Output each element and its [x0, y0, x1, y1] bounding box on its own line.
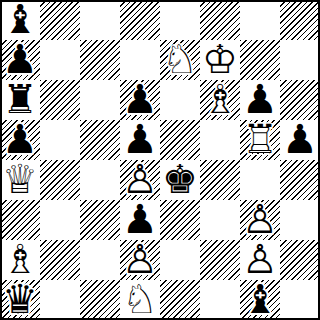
piece-black-pawn: ♟ [280, 120, 320, 160]
square-c1[interactable] [80, 280, 120, 320]
square-d4[interactable]: ♟♙ [120, 160, 160, 200]
square-e1[interactable] [160, 280, 200, 320]
piece-black-queen: ♛ [0, 280, 40, 320]
square-d8[interactable] [120, 0, 160, 40]
square-c3[interactable] [80, 200, 120, 240]
square-a5[interactable]: ♟ [0, 120, 40, 160]
piece-glyph-fill: ♜ [2, 79, 38, 119]
square-e6[interactable] [160, 80, 200, 120]
square-c8[interactable] [80, 0, 120, 40]
piece-glyph-fill: ♟ [122, 239, 158, 279]
piece-white-rook: ♜♖ [240, 120, 280, 160]
square-g5[interactable]: ♜♖ [240, 120, 280, 160]
square-h4[interactable] [280, 160, 320, 200]
piece-glyph-fill: ♛ [2, 159, 38, 199]
square-g2[interactable]: ♟♙ [240, 240, 280, 280]
square-e2[interactable] [160, 240, 200, 280]
square-f7[interactable]: ♚♔ [200, 40, 240, 80]
square-b7[interactable] [40, 40, 80, 80]
square-a7[interactable]: ♟ [0, 40, 40, 80]
square-d7[interactable] [120, 40, 160, 80]
piece-glyph-outline: ♗ [202, 79, 238, 119]
piece-glyph-fill: ♝ [242, 279, 278, 319]
square-d5[interactable]: ♟ [120, 120, 160, 160]
piece-black-pawn: ♟ [0, 120, 40, 160]
square-e8[interactable] [160, 0, 200, 40]
square-a2[interactable]: ♝♗ [0, 240, 40, 280]
square-e7[interactable]: ♞♘ [160, 40, 200, 80]
square-e4[interactable]: ♚ [160, 160, 200, 200]
piece-glyph-fill: ♝ [2, 0, 38, 39]
piece-white-queen: ♛♕ [0, 160, 40, 200]
piece-glyph-outline: ♔ [202, 39, 238, 79]
piece-glyph-fill: ♝ [2, 239, 38, 279]
piece-glyph-fill: ♜ [242, 119, 278, 159]
piece-glyph-fill: ♟ [242, 79, 278, 119]
piece-glyph-fill: ♚ [202, 39, 238, 79]
chess-board: ♝♟♞♘♚♔♜♟♝♗♟♟♟♜♖♟♛♕♟♙♚♟♟♙♝♗♟♙♟♙♛♞♘♝ [0, 0, 320, 320]
square-e3[interactable] [160, 200, 200, 240]
square-c7[interactable] [80, 40, 120, 80]
square-c5[interactable] [80, 120, 120, 160]
square-b1[interactable] [40, 280, 80, 320]
piece-white-knight: ♞♘ [160, 40, 200, 80]
piece-glyph-fill: ♚ [162, 159, 198, 199]
piece-glyph-outline: ♖ [242, 119, 278, 159]
square-a4[interactable]: ♛♕ [0, 160, 40, 200]
square-d3[interactable]: ♟ [120, 200, 160, 240]
piece-glyph-fill: ♟ [242, 239, 278, 279]
piece-white-pawn: ♟♙ [240, 240, 280, 280]
square-a6[interactable]: ♜ [0, 80, 40, 120]
piece-glyph-fill: ♞ [162, 39, 198, 79]
piece-white-king: ♚♔ [200, 40, 240, 80]
square-g7[interactable] [240, 40, 280, 80]
square-d1[interactable]: ♞♘ [120, 280, 160, 320]
piece-black-pawn: ♟ [120, 200, 160, 240]
piece-black-pawn: ♟ [120, 120, 160, 160]
square-c4[interactable] [80, 160, 120, 200]
piece-white-pawn: ♟♙ [120, 240, 160, 280]
piece-white-knight: ♞♘ [120, 280, 160, 320]
square-f8[interactable] [200, 0, 240, 40]
piece-glyph-outline: ♙ [242, 199, 278, 239]
piece-glyph-outline: ♙ [122, 239, 158, 279]
square-g6[interactable]: ♟ [240, 80, 280, 120]
piece-glyph-fill: ♞ [122, 279, 158, 319]
piece-glyph-outline: ♙ [242, 239, 278, 279]
square-f2[interactable] [200, 240, 240, 280]
square-d6[interactable]: ♟ [120, 80, 160, 120]
piece-glyph-outline: ♕ [2, 159, 38, 199]
square-h8[interactable] [280, 0, 320, 40]
piece-glyph-fill: ♟ [242, 199, 278, 239]
square-h3[interactable] [280, 200, 320, 240]
piece-glyph-outline: ♘ [162, 39, 198, 79]
piece-glyph-fill: ♛ [2, 279, 38, 319]
square-h5[interactable]: ♟ [280, 120, 320, 160]
piece-white-pawn: ♟♙ [240, 200, 280, 240]
square-e5[interactable] [160, 120, 200, 160]
piece-black-king: ♚ [160, 160, 200, 200]
piece-glyph-fill: ♟ [2, 119, 38, 159]
square-f5[interactable] [200, 120, 240, 160]
piece-black-rook: ♜ [0, 80, 40, 120]
piece-glyph-fill: ♟ [122, 79, 158, 119]
square-b8[interactable] [40, 0, 80, 40]
piece-glyph-outline: ♘ [122, 279, 158, 319]
square-a8[interactable]: ♝ [0, 0, 40, 40]
square-g1[interactable]: ♝ [240, 280, 280, 320]
square-c6[interactable] [80, 80, 120, 120]
piece-white-pawn: ♟♙ [120, 160, 160, 200]
square-b4[interactable] [40, 160, 80, 200]
piece-black-pawn: ♟ [240, 80, 280, 120]
piece-black-bishop: ♝ [240, 280, 280, 320]
piece-black-pawn: ♟ [120, 80, 160, 120]
square-h2[interactable] [280, 240, 320, 280]
piece-glyph-fill: ♟ [122, 159, 158, 199]
piece-glyph-fill: ♟ [122, 199, 158, 239]
square-b3[interactable] [40, 200, 80, 240]
square-f3[interactable] [200, 200, 240, 240]
piece-glyph-fill: ♟ [2, 39, 38, 79]
square-f1[interactable] [200, 280, 240, 320]
square-h7[interactable] [280, 40, 320, 80]
square-a1[interactable]: ♛ [0, 280, 40, 320]
square-b2[interactable] [40, 240, 80, 280]
square-f4[interactable] [200, 160, 240, 200]
piece-black-bishop: ♝ [0, 0, 40, 40]
piece-glyph-outline: ♗ [2, 239, 38, 279]
square-g3[interactable]: ♟♙ [240, 200, 280, 240]
piece-glyph-fill: ♟ [282, 119, 318, 159]
square-b6[interactable] [40, 80, 80, 120]
square-h6[interactable] [280, 80, 320, 120]
square-g8[interactable] [240, 0, 280, 40]
square-h1[interactable] [280, 280, 320, 320]
square-f6[interactable]: ♝♗ [200, 80, 240, 120]
piece-white-bishop: ♝♗ [200, 80, 240, 120]
square-c2[interactable] [80, 240, 120, 280]
piece-glyph-fill: ♝ [202, 79, 238, 119]
square-d2[interactable]: ♟♙ [120, 240, 160, 280]
square-g4[interactable] [240, 160, 280, 200]
piece-white-bishop: ♝♗ [0, 240, 40, 280]
piece-black-pawn: ♟ [0, 40, 40, 80]
square-b5[interactable] [40, 120, 80, 160]
piece-glyph-fill: ♟ [122, 119, 158, 159]
piece-glyph-outline: ♙ [122, 159, 158, 199]
square-a3[interactable] [0, 200, 40, 240]
